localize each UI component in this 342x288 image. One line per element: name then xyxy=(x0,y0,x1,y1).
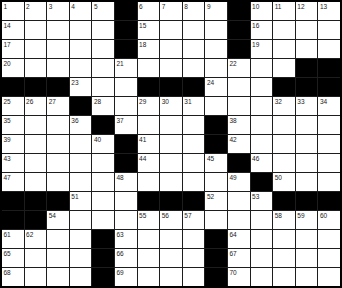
white-cell[interactable] xyxy=(25,268,47,286)
white-cell[interactable]: 61 xyxy=(2,230,24,248)
white-cell[interactable] xyxy=(183,173,205,191)
white-cell[interactable]: 49 xyxy=(228,173,250,191)
clue-number: 57 xyxy=(184,212,191,219)
white-cell[interactable]: 9 xyxy=(205,2,227,20)
black-cell xyxy=(25,211,47,229)
white-cell[interactable]: 45 xyxy=(205,154,227,172)
white-cell[interactable]: 42 xyxy=(228,135,250,153)
white-cell[interactable] xyxy=(318,21,340,39)
white-cell[interactable]: 51 xyxy=(70,192,92,210)
white-cell[interactable]: 22 xyxy=(228,59,250,77)
white-cell[interactable] xyxy=(296,21,318,39)
black-cell xyxy=(318,192,340,210)
white-cell[interactable]: 16 xyxy=(251,21,273,39)
white-cell[interactable] xyxy=(25,173,47,191)
clue-number: 23 xyxy=(71,79,78,86)
clue-number: 11 xyxy=(275,3,282,10)
white-cell[interactable]: 4 xyxy=(70,2,92,20)
white-cell[interactable]: 32 xyxy=(273,97,295,115)
clue-number: 19 xyxy=(252,41,259,48)
white-cell[interactable] xyxy=(251,116,273,134)
white-cell[interactable]: 12 xyxy=(296,2,318,20)
white-cell[interactable] xyxy=(183,154,205,172)
white-cell[interactable] xyxy=(138,268,160,286)
white-cell[interactable] xyxy=(115,192,137,210)
clue-number: 12 xyxy=(297,3,304,10)
white-cell[interactable] xyxy=(47,268,69,286)
white-cell[interactable]: 13 xyxy=(318,2,340,20)
white-cell[interactable] xyxy=(47,230,69,248)
clue-number: 7 xyxy=(162,3,166,10)
clue-number: 29 xyxy=(139,98,146,105)
black-cell xyxy=(115,2,137,20)
clue-number: 14 xyxy=(4,22,11,29)
white-cell[interactable]: 60 xyxy=(318,211,340,229)
white-cell[interactable]: 7 xyxy=(160,2,182,20)
black-cell xyxy=(296,78,318,96)
white-cell[interactable] xyxy=(205,59,227,77)
black-cell xyxy=(115,21,137,39)
black-cell xyxy=(228,21,250,39)
white-cell[interactable]: 68 xyxy=(2,268,24,286)
white-cell[interactable] xyxy=(296,230,318,248)
black-cell xyxy=(251,173,273,191)
white-cell[interactable] xyxy=(138,59,160,77)
black-cell xyxy=(228,40,250,58)
white-cell[interactable]: 53 xyxy=(251,192,273,210)
white-cell[interactable] xyxy=(296,173,318,191)
white-cell[interactable]: 39 xyxy=(2,135,24,153)
white-cell[interactable]: 14 xyxy=(2,21,24,39)
clue-number: 9 xyxy=(207,3,211,10)
clue-number: 1 xyxy=(4,3,8,10)
white-cell[interactable]: 65 xyxy=(2,249,24,267)
white-cell[interactable]: 46 xyxy=(251,154,273,172)
white-cell[interactable]: 57 xyxy=(183,211,205,229)
black-cell xyxy=(138,192,160,210)
black-cell xyxy=(205,249,227,267)
white-cell[interactable] xyxy=(160,59,182,77)
white-cell[interactable] xyxy=(47,21,69,39)
white-cell[interactable]: 6 xyxy=(138,2,160,20)
black-cell xyxy=(115,40,137,58)
white-cell[interactable]: 24 xyxy=(205,78,227,96)
white-cell[interactable]: 27 xyxy=(47,97,69,115)
black-cell xyxy=(318,59,340,77)
clue-number: 16 xyxy=(252,22,259,29)
white-cell[interactable] xyxy=(47,40,69,58)
white-cell[interactable]: 67 xyxy=(228,249,250,267)
clue-number: 34 xyxy=(320,98,327,105)
clue-number: 28 xyxy=(94,98,101,105)
white-cell[interactable] xyxy=(115,211,137,229)
white-cell[interactable] xyxy=(70,268,92,286)
white-cell[interactable] xyxy=(251,78,273,96)
white-cell[interactable] xyxy=(183,40,205,58)
clue-number: 60 xyxy=(320,212,327,219)
white-cell[interactable] xyxy=(273,230,295,248)
white-cell[interactable] xyxy=(47,249,69,267)
clue-number: 67 xyxy=(230,250,237,257)
white-cell[interactable]: 17 xyxy=(2,40,24,58)
white-cell[interactable] xyxy=(183,21,205,39)
clue-number: 37 xyxy=(117,117,124,124)
white-cell[interactable] xyxy=(251,249,273,267)
white-cell[interactable] xyxy=(251,135,273,153)
white-cell[interactable] xyxy=(92,78,114,96)
white-cell[interactable]: 26 xyxy=(25,97,47,115)
white-cell[interactable] xyxy=(47,154,69,172)
clue-number: 62 xyxy=(26,231,33,238)
clue-number: 2 xyxy=(26,3,30,10)
black-cell xyxy=(296,192,318,210)
white-cell[interactable]: 31 xyxy=(183,97,205,115)
white-cell[interactable] xyxy=(273,40,295,58)
white-cell[interactable] xyxy=(160,116,182,134)
clue-number: 3 xyxy=(49,3,53,10)
white-cell[interactable] xyxy=(138,249,160,267)
white-cell[interactable] xyxy=(25,135,47,153)
white-cell[interactable]: 66 xyxy=(115,249,137,267)
white-cell[interactable] xyxy=(296,40,318,58)
white-cell[interactable] xyxy=(92,21,114,39)
black-cell xyxy=(25,192,47,210)
clue-number: 35 xyxy=(4,117,11,124)
clue-number: 21 xyxy=(117,60,124,67)
white-cell[interactable]: 55 xyxy=(138,211,160,229)
white-cell[interactable]: 58 xyxy=(273,211,295,229)
white-cell[interactable] xyxy=(25,116,47,134)
white-cell[interactable]: 3 xyxy=(47,2,69,20)
black-cell xyxy=(318,78,340,96)
white-cell[interactable]: 41 xyxy=(138,135,160,153)
white-cell[interactable]: 25 xyxy=(2,97,24,115)
white-cell[interactable]: 23 xyxy=(70,78,92,96)
clue-number: 59 xyxy=(297,212,304,219)
white-cell[interactable] xyxy=(138,116,160,134)
white-cell[interactable] xyxy=(251,230,273,248)
clue-number: 32 xyxy=(275,98,282,105)
white-cell[interactable] xyxy=(318,173,340,191)
clue-number: 70 xyxy=(230,269,237,276)
white-cell[interactable] xyxy=(160,173,182,191)
white-cell[interactable] xyxy=(273,21,295,39)
white-cell[interactable]: 43 xyxy=(2,154,24,172)
black-cell xyxy=(205,230,227,248)
white-cell[interactable] xyxy=(318,116,340,134)
black-cell xyxy=(228,154,250,172)
clue-number: 49 xyxy=(230,174,237,181)
white-cell[interactable] xyxy=(47,135,69,153)
white-cell[interactable]: 54 xyxy=(47,211,69,229)
white-cell[interactable] xyxy=(160,154,182,172)
clue-number: 15 xyxy=(139,22,146,29)
clue-number: 46 xyxy=(252,155,259,162)
white-cell[interactable] xyxy=(205,21,227,39)
clue-number: 52 xyxy=(207,193,214,200)
white-cell[interactable] xyxy=(70,173,92,191)
clue-number: 45 xyxy=(207,155,214,162)
crossword-board: 1234567891011121314151617181920212223242… xyxy=(0,0,342,288)
clue-number: 55 xyxy=(139,212,146,219)
white-cell[interactable]: 34 xyxy=(318,97,340,115)
black-cell xyxy=(183,78,205,96)
clue-number: 63 xyxy=(117,231,124,238)
black-cell xyxy=(183,192,205,210)
black-cell xyxy=(47,192,69,210)
white-cell[interactable] xyxy=(92,211,114,229)
white-cell[interactable] xyxy=(92,173,114,191)
clue-number: 58 xyxy=(275,212,282,219)
white-cell[interactable] xyxy=(273,154,295,172)
clue-number: 44 xyxy=(139,155,146,162)
white-cell[interactable]: 56 xyxy=(160,211,182,229)
white-cell[interactable] xyxy=(160,40,182,58)
white-cell[interactable]: 10 xyxy=(251,2,273,20)
white-cell[interactable] xyxy=(318,268,340,286)
white-cell[interactable] xyxy=(25,21,47,39)
white-cell[interactable] xyxy=(183,230,205,248)
black-cell xyxy=(296,59,318,77)
white-cell[interactable] xyxy=(205,211,227,229)
white-cell[interactable]: 20 xyxy=(2,59,24,77)
white-cell[interactable] xyxy=(92,59,114,77)
white-cell[interactable]: 28 xyxy=(92,97,114,115)
clue-number: 20 xyxy=(4,60,11,67)
white-cell[interactable] xyxy=(115,78,137,96)
black-cell xyxy=(160,78,182,96)
clue-number: 24 xyxy=(207,79,214,86)
white-cell[interactable]: 52 xyxy=(205,192,227,210)
white-cell[interactable]: 21 xyxy=(115,59,137,77)
white-cell[interactable]: 37 xyxy=(115,116,137,134)
white-cell[interactable] xyxy=(70,249,92,267)
white-cell[interactable] xyxy=(115,97,137,115)
white-cell[interactable] xyxy=(318,40,340,58)
white-cell[interactable] xyxy=(183,135,205,153)
clue-number: 13 xyxy=(320,3,327,10)
white-cell[interactable]: 59 xyxy=(296,211,318,229)
white-cell[interactable] xyxy=(228,211,250,229)
white-cell[interactable]: 33 xyxy=(296,97,318,115)
black-cell xyxy=(2,78,24,96)
white-cell[interactable]: 69 xyxy=(115,268,137,286)
black-cell xyxy=(273,192,295,210)
clue-number: 50 xyxy=(275,174,282,181)
white-cell[interactable]: 5 xyxy=(92,2,114,20)
black-cell xyxy=(205,116,227,134)
white-cell[interactable] xyxy=(92,192,114,210)
white-cell[interactable]: 35 xyxy=(2,116,24,134)
clue-number: 43 xyxy=(4,155,11,162)
white-cell[interactable] xyxy=(25,40,47,58)
white-cell[interactable] xyxy=(92,154,114,172)
clue-number: 61 xyxy=(4,231,11,238)
white-cell[interactable] xyxy=(296,154,318,172)
white-cell[interactable] xyxy=(273,135,295,153)
white-cell[interactable] xyxy=(273,116,295,134)
clue-number: 26 xyxy=(26,98,33,105)
white-cell[interactable] xyxy=(273,268,295,286)
clue-number: 6 xyxy=(139,3,143,10)
white-cell[interactable]: 40 xyxy=(92,135,114,153)
white-cell[interactable]: 47 xyxy=(2,173,24,191)
white-cell[interactable]: 48 xyxy=(115,173,137,191)
white-cell[interactable] xyxy=(70,40,92,58)
white-cell[interactable] xyxy=(273,249,295,267)
clue-number: 42 xyxy=(230,136,237,143)
white-cell[interactable] xyxy=(25,59,47,77)
clue-number: 53 xyxy=(252,193,259,200)
black-cell xyxy=(2,211,24,229)
black-cell xyxy=(92,230,114,248)
white-cell[interactable] xyxy=(160,135,182,153)
clue-number: 54 xyxy=(49,212,56,219)
clue-number: 30 xyxy=(162,98,169,105)
clue-number: 25 xyxy=(4,98,11,105)
clue-number: 5 xyxy=(94,3,98,10)
clue-number: 33 xyxy=(297,98,304,105)
white-cell[interactable] xyxy=(47,59,69,77)
clue-number: 48 xyxy=(117,174,124,181)
clue-number: 17 xyxy=(4,41,11,48)
black-cell xyxy=(205,135,227,153)
white-cell[interactable] xyxy=(228,97,250,115)
clue-number: 41 xyxy=(139,136,146,143)
clue-number: 47 xyxy=(4,174,11,181)
white-cell[interactable] xyxy=(251,97,273,115)
white-cell[interactable] xyxy=(296,135,318,153)
clue-number: 39 xyxy=(4,136,11,143)
white-cell[interactable] xyxy=(251,211,273,229)
white-cell[interactable] xyxy=(183,59,205,77)
clue-number: 56 xyxy=(162,212,169,219)
white-cell[interactable]: 64 xyxy=(228,230,250,248)
white-cell[interactable] xyxy=(70,211,92,229)
clue-number: 65 xyxy=(4,250,11,257)
clue-number: 51 xyxy=(71,193,78,200)
black-cell xyxy=(228,2,250,20)
white-cell[interactable] xyxy=(70,21,92,39)
white-cell[interactable] xyxy=(160,268,182,286)
black-cell xyxy=(92,268,114,286)
black-cell xyxy=(25,78,47,96)
white-cell[interactable] xyxy=(318,154,340,172)
white-cell[interactable] xyxy=(296,116,318,134)
clue-number: 22 xyxy=(230,60,237,67)
white-cell[interactable] xyxy=(47,173,69,191)
white-cell[interactable]: 18 xyxy=(138,40,160,58)
white-cell[interactable]: 1 xyxy=(2,2,24,20)
clue-number: 27 xyxy=(49,98,56,105)
white-cell[interactable] xyxy=(228,192,250,210)
clue-number: 69 xyxy=(117,269,124,276)
white-cell[interactable] xyxy=(47,116,69,134)
white-cell[interactable]: 8 xyxy=(183,2,205,20)
black-cell xyxy=(70,97,92,115)
white-cell[interactable] xyxy=(70,154,92,172)
black-cell xyxy=(138,78,160,96)
white-cell[interactable]: 62 xyxy=(25,230,47,248)
white-cell[interactable]: 63 xyxy=(115,230,137,248)
white-cell[interactable] xyxy=(138,230,160,248)
black-cell xyxy=(115,154,137,172)
white-cell[interactable] xyxy=(183,268,205,286)
white-cell[interactable] xyxy=(228,78,250,96)
clue-number: 4 xyxy=(71,3,75,10)
white-cell[interactable] xyxy=(160,21,182,39)
white-cell[interactable] xyxy=(70,135,92,153)
clue-number: 40 xyxy=(94,136,101,143)
white-cell[interactable] xyxy=(138,173,160,191)
white-cell[interactable] xyxy=(318,230,340,248)
clue-number: 10 xyxy=(252,3,259,10)
clue-number: 66 xyxy=(117,250,124,257)
white-cell[interactable] xyxy=(205,40,227,58)
clue-number: 38 xyxy=(230,117,237,124)
white-cell[interactable] xyxy=(183,249,205,267)
white-cell[interactable] xyxy=(205,97,227,115)
white-cell[interactable]: 15 xyxy=(138,21,160,39)
white-cell[interactable] xyxy=(296,249,318,267)
white-cell[interactable] xyxy=(251,59,273,77)
white-cell[interactable]: 44 xyxy=(138,154,160,172)
clue-number: 64 xyxy=(230,231,237,238)
white-cell[interactable] xyxy=(25,249,47,267)
white-cell[interactable] xyxy=(70,230,92,248)
white-cell[interactable]: 70 xyxy=(228,268,250,286)
black-cell xyxy=(205,268,227,286)
white-cell[interactable]: 29 xyxy=(138,97,160,115)
white-cell[interactable]: 36 xyxy=(70,116,92,134)
white-cell[interactable] xyxy=(160,230,182,248)
clue-number: 36 xyxy=(71,117,78,124)
black-cell xyxy=(115,135,137,153)
white-cell[interactable] xyxy=(318,135,340,153)
white-cell[interactable] xyxy=(25,154,47,172)
clue-number: 68 xyxy=(4,269,11,276)
white-cell[interactable]: 38 xyxy=(228,116,250,134)
white-cell[interactable] xyxy=(70,59,92,77)
clue-number: 8 xyxy=(184,3,188,10)
black-cell xyxy=(92,249,114,267)
black-cell xyxy=(160,192,182,210)
black-cell xyxy=(92,116,114,134)
white-cell[interactable]: 2 xyxy=(25,2,47,20)
white-cell[interactable] xyxy=(183,116,205,134)
white-cell[interactable] xyxy=(273,59,295,77)
white-cell[interactable]: 30 xyxy=(160,97,182,115)
clue-number: 18 xyxy=(139,41,146,48)
clue-number: 31 xyxy=(184,98,191,105)
white-cell[interactable] xyxy=(92,40,114,58)
white-cell[interactable] xyxy=(251,268,273,286)
black-cell xyxy=(2,192,24,210)
black-cell xyxy=(47,78,69,96)
black-cell xyxy=(273,78,295,96)
white-cell[interactable] xyxy=(318,249,340,267)
white-cell[interactable] xyxy=(205,173,227,191)
white-cell[interactable]: 50 xyxy=(273,173,295,191)
white-cell[interactable] xyxy=(160,249,182,267)
white-cell[interactable]: 19 xyxy=(251,40,273,58)
white-cell[interactable] xyxy=(296,268,318,286)
white-cell[interactable]: 11 xyxy=(273,2,295,20)
